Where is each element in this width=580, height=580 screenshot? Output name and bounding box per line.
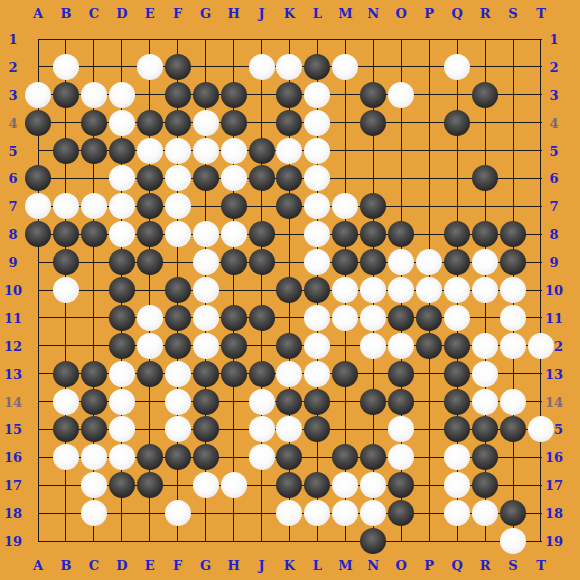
black-stone[interactable]	[109, 305, 135, 331]
black-stone[interactable]	[221, 305, 247, 331]
black-stone[interactable]	[360, 389, 386, 415]
row-label-right: 5	[549, 144, 558, 157]
white-stone[interactable]	[109, 221, 135, 247]
white-stone[interactable]	[360, 277, 386, 303]
white-stone[interactable]	[304, 361, 330, 387]
black-stone[interactable]	[332, 444, 358, 470]
column-label-bottom: O	[396, 559, 407, 572]
white-stone[interactable]	[472, 249, 498, 275]
grid-line-horizontal	[38, 39, 542, 40]
white-stone[interactable]	[332, 305, 358, 331]
row-label-right: 4	[549, 116, 558, 129]
row-label-right: 9	[549, 256, 558, 269]
black-stone[interactable]	[109, 472, 135, 498]
white-stone[interactable]	[388, 249, 414, 275]
column-label-bottom: A	[33, 559, 43, 572]
column-label-top: K	[284, 7, 295, 20]
white-stone[interactable]	[276, 138, 302, 164]
black-stone[interactable]	[276, 165, 302, 191]
black-stone[interactable]	[332, 361, 358, 387]
black-stone[interactable]	[360, 221, 386, 247]
white-stone[interactable]	[137, 333, 163, 359]
black-stone[interactable]	[472, 472, 498, 498]
row-label-left: 17	[4, 479, 22, 492]
black-stone[interactable]	[109, 333, 135, 359]
column-label-bottom: S	[508, 559, 517, 572]
column-label-top: C	[89, 7, 99, 20]
white-stone[interactable]	[53, 444, 79, 470]
row-label-left: 6	[8, 172, 17, 185]
white-stone[interactable]	[444, 305, 470, 331]
column-label-bottom: K	[284, 559, 295, 572]
row-label-left: 13	[4, 367, 22, 380]
white-stone[interactable]	[249, 416, 275, 442]
white-stone[interactable]	[332, 472, 358, 498]
black-stone[interactable]	[81, 110, 107, 136]
white-stone[interactable]	[332, 500, 358, 526]
row-label-left: 19	[4, 535, 22, 548]
black-stone[interactable]	[221, 110, 247, 136]
row-label-right: 6	[549, 172, 558, 185]
black-stone[interactable]	[444, 333, 470, 359]
black-stone[interactable]	[360, 249, 386, 275]
black-stone[interactable]	[137, 221, 163, 247]
grid-line-horizontal	[38, 541, 542, 542]
column-label-bottom: G	[200, 559, 211, 572]
row-label-right: 2	[549, 60, 558, 73]
white-stone[interactable]	[109, 444, 135, 470]
row-label-right: 7	[549, 200, 558, 213]
black-stone[interactable]	[165, 277, 191, 303]
black-stone[interactable]	[221, 361, 247, 387]
white-stone[interactable]	[332, 277, 358, 303]
black-stone[interactable]	[249, 361, 275, 387]
black-stone[interactable]	[416, 333, 442, 359]
column-label-top: D	[116, 7, 127, 20]
row-label-left: 12	[4, 339, 22, 352]
black-stone[interactable]	[221, 333, 247, 359]
black-stone[interactable]	[332, 249, 358, 275]
black-stone[interactable]	[388, 389, 414, 415]
row-label-left: 3	[8, 88, 17, 101]
white-stone[interactable]	[165, 193, 191, 219]
black-stone[interactable]	[193, 389, 219, 415]
white-stone[interactable]	[472, 389, 498, 415]
white-stone[interactable]	[360, 305, 386, 331]
black-stone[interactable]	[25, 221, 51, 247]
white-stone[interactable]	[81, 193, 107, 219]
white-stone[interactable]	[304, 333, 330, 359]
row-label-right: 14	[545, 395, 563, 408]
white-stone[interactable]	[249, 444, 275, 470]
row-label-left: 10	[4, 284, 22, 297]
white-stone[interactable]	[193, 249, 219, 275]
white-stone[interactable]	[304, 305, 330, 331]
go-board[interactable]: AABBCCDDEEFFGGHHJJKKLLMMNNOOPPQQRRSSTT11…	[0, 0, 580, 580]
black-stone[interactable]	[249, 221, 275, 247]
column-label-top: J	[258, 7, 264, 20]
row-label-right: 11	[545, 311, 563, 324]
white-stone[interactable]	[304, 165, 330, 191]
row-label-right: 18	[545, 507, 563, 520]
row-label-right: 3	[549, 88, 558, 101]
white-stone[interactable]	[500, 528, 526, 554]
white-stone[interactable]	[472, 500, 498, 526]
white-stone[interactable]	[81, 472, 107, 498]
white-stone[interactable]	[388, 82, 414, 108]
column-label-bottom: B	[60, 559, 71, 572]
white-stone[interactable]	[53, 389, 79, 415]
row-label-left: 7	[8, 200, 17, 213]
black-stone[interactable]	[193, 416, 219, 442]
column-label-bottom: H	[227, 559, 239, 572]
white-stone[interactable]	[109, 389, 135, 415]
white-stone[interactable]	[276, 416, 302, 442]
black-stone[interactable]	[137, 249, 163, 275]
grid-line-vertical	[540, 39, 541, 542]
white-stone[interactable]	[360, 333, 386, 359]
white-stone[interactable]	[304, 221, 330, 247]
white-stone[interactable]	[304, 249, 330, 275]
column-label-bottom: L	[313, 559, 322, 572]
black-stone[interactable]	[221, 249, 247, 275]
white-stone[interactable]	[81, 444, 107, 470]
black-stone[interactable]	[276, 82, 302, 108]
black-stone[interactable]	[81, 389, 107, 415]
black-stone[interactable]	[304, 472, 330, 498]
black-stone[interactable]	[25, 110, 51, 136]
white-stone[interactable]	[53, 193, 79, 219]
black-stone[interactable]	[25, 165, 51, 191]
white-stone[interactable]	[332, 193, 358, 219]
black-stone[interactable]	[444, 416, 470, 442]
black-stone[interactable]	[137, 361, 163, 387]
white-stone[interactable]	[332, 54, 358, 80]
black-stone[interactable]	[249, 249, 275, 275]
white-stone[interactable]	[221, 138, 247, 164]
white-stone[interactable]	[444, 444, 470, 470]
black-stone[interactable]	[304, 277, 330, 303]
black-stone[interactable]	[332, 221, 358, 247]
white-stone[interactable]	[81, 500, 107, 526]
white-stone[interactable]	[109, 82, 135, 108]
black-stone[interactable]	[193, 165, 219, 191]
column-label-top: H	[227, 7, 239, 20]
white-stone[interactable]	[388, 333, 414, 359]
white-stone[interactable]	[109, 110, 135, 136]
white-stone[interactable]	[500, 305, 526, 331]
row-label-left: 18	[4, 507, 22, 520]
black-stone[interactable]	[53, 249, 79, 275]
row-label-left: 11	[4, 311, 22, 324]
white-stone[interactable]	[444, 54, 470, 80]
black-stone[interactable]	[304, 54, 330, 80]
black-stone[interactable]	[472, 82, 498, 108]
black-stone[interactable]	[416, 305, 442, 331]
white-stone[interactable]	[304, 110, 330, 136]
column-label-top: R	[480, 7, 491, 20]
white-stone[interactable]	[109, 193, 135, 219]
black-stone[interactable]	[249, 165, 275, 191]
column-label-top: G	[200, 7, 211, 20]
column-label-bottom: F	[173, 559, 182, 572]
column-label-top: L	[313, 7, 322, 20]
row-label-right: 19	[545, 535, 563, 548]
black-stone[interactable]	[500, 416, 526, 442]
white-stone[interactable]	[221, 165, 247, 191]
white-stone[interactable]	[444, 472, 470, 498]
row-label-left: 9	[8, 256, 17, 269]
column-label-bottom: T	[536, 559, 546, 572]
black-stone[interactable]	[193, 82, 219, 108]
black-stone[interactable]	[165, 54, 191, 80]
black-stone[interactable]	[276, 333, 302, 359]
black-stone[interactable]	[304, 389, 330, 415]
black-stone[interactable]	[304, 416, 330, 442]
white-stone[interactable]	[81, 82, 107, 108]
row-label-right: 1	[549, 33, 558, 46]
white-stone[interactable]	[528, 416, 554, 442]
white-stone[interactable]	[304, 138, 330, 164]
black-stone[interactable]	[360, 110, 386, 136]
black-stone[interactable]	[137, 472, 163, 498]
column-label-top: P	[424, 7, 434, 20]
black-stone[interactable]	[53, 138, 79, 164]
black-stone[interactable]	[444, 389, 470, 415]
row-label-left: 14	[4, 395, 22, 408]
white-stone[interactable]	[249, 389, 275, 415]
white-stone[interactable]	[304, 193, 330, 219]
black-stone[interactable]	[360, 193, 386, 219]
black-stone[interactable]	[193, 361, 219, 387]
white-stone[interactable]	[528, 333, 554, 359]
white-stone[interactable]	[500, 389, 526, 415]
white-stone[interactable]	[304, 82, 330, 108]
black-stone[interactable]	[165, 82, 191, 108]
black-stone[interactable]	[472, 165, 498, 191]
black-stone[interactable]	[109, 138, 135, 164]
black-stone[interactable]	[137, 193, 163, 219]
black-stone[interactable]	[500, 500, 526, 526]
white-stone[interactable]	[444, 500, 470, 526]
white-stone[interactable]	[193, 221, 219, 247]
black-stone[interactable]	[388, 500, 414, 526]
column-label-bottom: N	[367, 559, 379, 572]
black-stone[interactable]	[444, 110, 470, 136]
column-label-bottom: J	[258, 559, 264, 572]
black-stone[interactable]	[53, 82, 79, 108]
white-stone[interactable]	[165, 416, 191, 442]
black-stone[interactable]	[276, 110, 302, 136]
white-stone[interactable]	[137, 54, 163, 80]
white-stone[interactable]	[193, 110, 219, 136]
column-label-top: M	[338, 7, 352, 20]
white-stone[interactable]	[276, 54, 302, 80]
white-stone[interactable]	[360, 472, 386, 498]
white-stone[interactable]	[472, 277, 498, 303]
white-stone[interactable]	[165, 138, 191, 164]
black-stone[interactable]	[53, 416, 79, 442]
white-stone[interactable]	[165, 221, 191, 247]
column-label-top: S	[508, 7, 517, 20]
black-stone[interactable]	[276, 277, 302, 303]
white-stone[interactable]	[165, 165, 191, 191]
black-stone[interactable]	[53, 361, 79, 387]
black-stone[interactable]	[137, 165, 163, 191]
black-stone[interactable]	[276, 444, 302, 470]
black-stone[interactable]	[360, 528, 386, 554]
column-label-bottom: R	[480, 559, 491, 572]
white-stone[interactable]	[165, 500, 191, 526]
black-stone[interactable]	[360, 82, 386, 108]
black-stone[interactable]	[165, 305, 191, 331]
black-stone[interactable]	[165, 444, 191, 470]
black-stone[interactable]	[276, 472, 302, 498]
black-stone[interactable]	[137, 444, 163, 470]
white-stone[interactable]	[109, 165, 135, 191]
column-label-bottom: D	[116, 559, 127, 572]
white-stone[interactable]	[444, 277, 470, 303]
white-stone[interactable]	[249, 54, 275, 80]
column-label-bottom: E	[145, 559, 155, 572]
white-stone[interactable]	[193, 138, 219, 164]
white-stone[interactable]	[388, 444, 414, 470]
black-stone[interactable]	[276, 389, 302, 415]
black-stone[interactable]	[81, 361, 107, 387]
black-stone[interactable]	[249, 138, 275, 164]
white-stone[interactable]	[472, 361, 498, 387]
column-label-top: A	[33, 7, 43, 20]
column-label-top: Q	[451, 7, 462, 20]
white-stone[interactable]	[137, 138, 163, 164]
black-stone[interactable]	[388, 221, 414, 247]
black-stone[interactable]	[500, 221, 526, 247]
black-stone[interactable]	[388, 361, 414, 387]
row-label-right: 8	[549, 228, 558, 241]
white-stone[interactable]	[109, 416, 135, 442]
black-stone[interactable]	[472, 444, 498, 470]
white-stone[interactable]	[276, 361, 302, 387]
column-label-top: N	[367, 7, 379, 20]
black-stone[interactable]	[249, 305, 275, 331]
black-stone[interactable]	[472, 221, 498, 247]
white-stone[interactable]	[388, 277, 414, 303]
black-stone[interactable]	[388, 305, 414, 331]
black-stone[interactable]	[444, 361, 470, 387]
row-label-right: 10	[545, 284, 563, 297]
white-stone[interactable]	[500, 277, 526, 303]
row-label-left: 15	[4, 423, 22, 436]
white-stone[interactable]	[193, 333, 219, 359]
black-stone[interactable]	[109, 249, 135, 275]
white-stone[interactable]	[193, 305, 219, 331]
column-label-top: F	[173, 7, 182, 20]
white-stone[interactable]	[472, 333, 498, 359]
white-stone[interactable]	[25, 82, 51, 108]
black-stone[interactable]	[193, 444, 219, 470]
black-stone[interactable]	[360, 444, 386, 470]
white-stone[interactable]	[304, 500, 330, 526]
black-stone[interactable]	[500, 249, 526, 275]
row-label-left: 2	[8, 60, 17, 73]
black-stone[interactable]	[444, 249, 470, 275]
white-stone[interactable]	[360, 500, 386, 526]
white-stone[interactable]	[25, 193, 51, 219]
black-stone[interactable]	[81, 138, 107, 164]
white-stone[interactable]	[416, 277, 442, 303]
black-stone[interactable]	[137, 110, 163, 136]
white-stone[interactable]	[109, 361, 135, 387]
black-stone[interactable]	[81, 221, 107, 247]
white-stone[interactable]	[193, 277, 219, 303]
black-stone[interactable]	[221, 193, 247, 219]
white-stone[interactable]	[165, 361, 191, 387]
row-label-left: 4	[8, 116, 17, 129]
black-stone[interactable]	[165, 110, 191, 136]
column-label-top: T	[536, 7, 546, 20]
black-stone[interactable]	[109, 277, 135, 303]
white-stone[interactable]	[221, 221, 247, 247]
white-stone[interactable]	[416, 249, 442, 275]
black-stone[interactable]	[388, 472, 414, 498]
black-stone[interactable]	[444, 221, 470, 247]
white-stone[interactable]	[137, 305, 163, 331]
column-label-bottom: M	[338, 559, 352, 572]
white-stone[interactable]	[53, 54, 79, 80]
row-label-left: 16	[4, 451, 22, 464]
black-stone[interactable]	[165, 333, 191, 359]
column-label-bottom: P	[424, 559, 434, 572]
column-label-bottom: C	[89, 559, 99, 572]
row-label-right: 13	[545, 367, 563, 380]
black-stone[interactable]	[221, 82, 247, 108]
white-stone[interactable]	[165, 389, 191, 415]
white-stone[interactable]	[388, 416, 414, 442]
white-stone[interactable]	[221, 472, 247, 498]
column-label-top: O	[396, 7, 407, 20]
white-stone[interactable]	[500, 333, 526, 359]
row-label-left: 8	[8, 228, 17, 241]
black-stone[interactable]	[81, 416, 107, 442]
row-label-right: 17	[545, 479, 563, 492]
white-stone[interactable]	[193, 472, 219, 498]
white-stone[interactable]	[276, 500, 302, 526]
black-stone[interactable]	[276, 193, 302, 219]
row-label-right: 16	[545, 451, 563, 464]
black-stone[interactable]	[472, 416, 498, 442]
black-stone[interactable]	[53, 221, 79, 247]
column-label-bottom: Q	[451, 559, 462, 572]
white-stone[interactable]	[53, 277, 79, 303]
row-label-left: 1	[8, 33, 17, 46]
column-label-top: E	[145, 7, 155, 20]
row-label-left: 5	[8, 144, 17, 157]
column-label-top: B	[60, 7, 71, 20]
